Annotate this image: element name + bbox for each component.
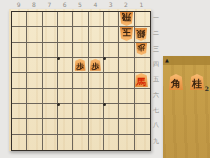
piece-2-2[interactable]: 玉 [120,27,133,41]
hand-piece-knight[interactable]: 桂2 [190,74,204,90]
file-label: 3 [103,1,118,9]
hand-piece-body: 角 [169,74,183,90]
rank-label: 二 [152,26,160,41]
rank-label: 三 [152,42,160,57]
file-label: 9 [11,1,26,9]
hand-piece-body: 桂 [190,74,204,90]
file-label: 1 [134,1,149,9]
rank-label: 一 [152,11,160,26]
piece-glyph: 銀 [137,28,146,38]
rank-labels: 一二三四五六七八九 [152,11,160,149]
hand-piece-count: 2 [205,85,209,92]
piece-glyph: 歩 [137,43,145,52]
piece-glyph: 飛 [121,12,131,23]
file-label: 4 [88,1,103,9]
piece-glyph: 馬 [137,77,147,88]
piece-4-4[interactable]: 歩 [90,59,101,71]
rank-label: 七 [152,103,160,118]
piece-glyph: 角 [171,79,181,90]
rank-label: 五 [152,72,160,87]
piece-glyph: 歩 [76,62,84,71]
piece-5-4[interactable]: 歩 [75,59,86,71]
rank-label: 六 [152,88,160,103]
hand-piece-bishop[interactable]: 角 [169,74,183,90]
file-label: 5 [72,1,87,9]
komadai-top-band [163,56,210,65]
piece-1-3[interactable]: 歩 [136,43,147,55]
rank-label: 九 [152,134,160,149]
piece-glyph: 玉 [121,27,131,38]
sente-triangle-icon: ▲ [165,58,169,63]
piece-glyph: 歩 [91,62,99,71]
shogi-board: 飛玉銀歩歩歩馬 [9,9,151,151]
piece-glyph: 桂 [192,79,202,90]
komadai-sente-hand: ▲ 角桂2 [163,56,210,158]
rank-label: 八 [152,118,160,133]
file-labels: 987654321 [11,1,149,9]
file-label: 2 [118,1,133,9]
file-label: 7 [42,1,57,9]
piece-1-5[interactable]: 馬 [135,73,148,87]
file-label: 8 [26,1,41,9]
rank-label: 四 [152,57,160,72]
piece-2-1[interactable]: 飛 [120,12,133,26]
piece-1-2[interactable]: 銀 [135,28,147,41]
file-label: 6 [57,1,72,9]
hand-pieces: 角桂2 [163,74,210,90]
